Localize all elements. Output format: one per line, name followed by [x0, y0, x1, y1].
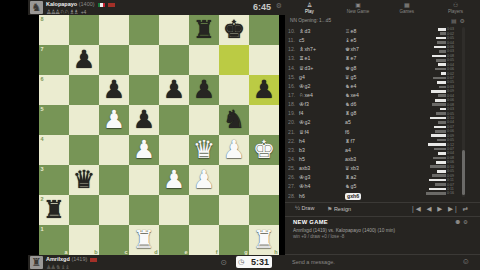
move-time-bar: [438, 121, 446, 124]
move-number: 24.: [288, 155, 299, 164]
square-c8[interactable]: [99, 15, 129, 45]
move-time-bar: [441, 72, 446, 75]
move-time-value: 0:06: [447, 160, 460, 164]
square-e6[interactable]: ♟: [159, 75, 189, 105]
move-number: 11.: [288, 36, 299, 45]
square-b8[interactable]: [69, 15, 99, 45]
move-time-bar: [432, 174, 446, 177]
piece-figurine-icon: ♞: [345, 183, 350, 189]
piece-figurine-icon: ♔: [299, 83, 304, 89]
black-pawn[interactable]: ♟: [249, 75, 279, 105]
move-time-bar: [430, 117, 446, 120]
square-e3[interactable]: ♟: [159, 165, 189, 195]
square-e4[interactable]: [159, 135, 189, 165]
file-label: g: [244, 249, 247, 255]
square-a5[interactable]: 5: [39, 105, 69, 135]
square-b3[interactable]: ♛: [69, 165, 99, 195]
clock-icon: ◷: [238, 256, 244, 268]
move-row: 26.♔g3♜a2: [288, 173, 398, 182]
square-f6[interactable]: ♟: [189, 75, 219, 105]
square-f1[interactable]: f: [189, 225, 219, 255]
piece-figurine-icon: ♜: [345, 110, 350, 116]
square-g8[interactable]: ♚: [219, 15, 249, 45]
square-f4[interactable]: ♛: [189, 135, 219, 165]
piece-figurine-icon: ♝: [345, 37, 350, 43]
move-row: 10.♗d3♖e8: [288, 27, 398, 36]
move-row: 21.♕f4f6: [288, 128, 398, 137]
move-row: 14.♕d3+♚g8: [288, 64, 398, 73]
piece-figurine-icon: ♜: [345, 138, 350, 144]
white-pawn[interactable]: ♟: [129, 135, 159, 165]
move-time-bar: [430, 165, 446, 168]
move-time-bar: [435, 130, 446, 133]
white-queen[interactable]: ♛: [189, 135, 219, 165]
move-time-value: 0:05: [447, 169, 460, 173]
black-rook[interactable]: ♜: [189, 15, 219, 45]
piece-figurine-icon: ♔: [299, 183, 304, 189]
draw-half-icon: ½: [295, 205, 300, 211]
tab-play[interactable]: ♙Play: [285, 0, 334, 16]
play-icon: ♙: [285, 1, 334, 9]
players-icon: ⚇: [431, 1, 480, 9]
move-time-value: 0:05: [447, 80, 460, 84]
move-row: 15.g4♛g5: [288, 73, 398, 82]
piece-figurine-icon: ♚: [345, 65, 350, 71]
white-move[interactable]: ♗d3: [299, 27, 345, 36]
move-time-bar: [437, 81, 446, 84]
square-f2[interactable]: [189, 195, 219, 225]
black-move[interactable]: a4: [345, 146, 391, 155]
new-game-title: NEW GAME: [293, 219, 473, 225]
move-time-bar: [434, 148, 446, 151]
square-d1[interactable]: d♜: [129, 225, 159, 255]
move-time-value: 0:10: [447, 116, 460, 120]
move-number: 18.: [288, 100, 299, 109]
white-move[interactable]: axb3: [299, 164, 345, 173]
square-d6[interactable]: [129, 75, 159, 105]
move-text: ♖e8: [345, 28, 356, 34]
black-move[interactable]: ♜e7: [345, 54, 391, 63]
panel-tabs: ♙Play▣New Game▦Games⚇Players: [285, 0, 480, 16]
move-time-value: 0:08: [447, 103, 460, 107]
material-advantage: +4: [81, 9, 87, 15]
white-pawn[interactable]: ♟: [159, 165, 189, 195]
move-time-bar: [428, 143, 446, 146]
piece-figurine-icon: ♜: [345, 174, 350, 180]
piece-figurine-icon: ♕: [299, 129, 304, 135]
black-move[interactable]: gxh6: [345, 192, 391, 201]
piece-figurine-icon: ♔: [299, 119, 304, 125]
black-move[interactable]: ♜f7: [345, 137, 391, 146]
move-text: ♛xb3: [345, 165, 359, 171]
top-player-name[interactable]: Kalopapayo (1400): [46, 1, 115, 7]
move-time-value: 0:06: [447, 129, 460, 133]
move-time-value: 0:06: [447, 45, 460, 49]
black-move[interactable]: a5: [345, 118, 391, 127]
square-c6[interactable]: ♟: [99, 75, 129, 105]
new-game-description: Amrilxgd (1419) vs. Kalopapayo (1400) (1…: [293, 228, 473, 233]
file-label: b: [94, 249, 97, 255]
move-time-value: 0:03: [447, 107, 460, 111]
white-move[interactable]: f4: [299, 109, 345, 118]
bottom-player-captured-pieces: ♟♟ ♞ ♝♝: [46, 263, 69, 270]
move-time-bar: [435, 99, 446, 102]
black-move[interactable]: ♝e5: [345, 36, 391, 45]
black-queen[interactable]: ♛: [69, 165, 99, 195]
challenge-and-gear-icons[interactable]: ⚉⚙: [455, 219, 471, 225]
black-move[interactable]: ♛xb3: [345, 164, 391, 173]
white-rook[interactable]: ♜: [249, 225, 279, 255]
square-a2[interactable]: 2♜: [39, 195, 69, 225]
bottom-player-rating: (1419): [71, 256, 87, 262]
square-a8[interactable]: 8: [39, 15, 69, 45]
move-text: ♞d6: [345, 101, 356, 107]
square-f3[interactable]: ♟: [189, 165, 219, 195]
square-f7[interactable]: [189, 45, 219, 75]
white-move[interactable]: c5: [299, 36, 345, 45]
square-a6[interactable]: 6: [39, 75, 69, 105]
black-move[interactable]: ♞d6: [345, 100, 391, 109]
black-pawn[interactable]: ♟: [69, 45, 99, 75]
move-number: 21.: [288, 128, 299, 137]
square-h3[interactable]: [249, 165, 279, 195]
square-a3[interactable]: 3: [39, 165, 69, 195]
move-text: axb3: [345, 156, 356, 162]
square-b1[interactable]: b: [69, 225, 99, 255]
move-time-bar: [440, 32, 446, 35]
chat-input[interactable]: Send a message.: [292, 259, 335, 265]
black-move[interactable]: ♜g8: [345, 109, 391, 118]
move-time-value: 0:07: [447, 76, 460, 80]
rank-label: 5: [41, 106, 44, 112]
move-number: 15.: [288, 73, 299, 82]
rating-change-line: win +9 / draw +0 / lose -8: [293, 234, 473, 239]
move-text: ♜f7: [345, 138, 355, 144]
bottom-player-avatar[interactable]: ♜: [30, 256, 43, 269]
square-e7[interactable]: [159, 45, 189, 75]
piece-figurine-icon: ♗: [299, 28, 304, 34]
resign-flag-icon: ⚑: [327, 206, 332, 212]
move-row: 23.b3a4: [288, 146, 398, 155]
move-list: 10.♗d3♖e811.c5♝e512.♗xh7+♚xh713.♖e1♜e714…: [288, 27, 398, 201]
move-list-scrollbar[interactable]: [462, 27, 465, 197]
move-text: ♚xh7: [345, 46, 359, 52]
move-time-bar: [426, 192, 446, 195]
rank-label: 4: [41, 136, 44, 142]
black-pawn[interactable]: ♟: [159, 75, 189, 105]
square-g7[interactable]: [219, 45, 249, 75]
move-time-value: 0:03: [447, 27, 460, 31]
square-g6[interactable]: [219, 75, 249, 105]
rank-label: 3: [41, 166, 44, 172]
top-player-badge-icon: [108, 3, 115, 7]
black-pawn[interactable]: ♟: [99, 75, 129, 105]
square-b4[interactable]: [69, 135, 99, 165]
square-a4[interactable]: 4: [39, 135, 69, 165]
black-move[interactable]: ♚g8: [345, 64, 391, 73]
move-number: 14.: [288, 64, 299, 73]
move-number: 20.: [288, 118, 299, 127]
piece-figurine-icon: ♖: [345, 28, 350, 34]
tab-new-game[interactable]: ▣New Game: [334, 0, 383, 16]
white-rook[interactable]: ♜: [129, 225, 159, 255]
move-row: 24.h5axb3: [288, 155, 398, 164]
move-time-bar: [438, 63, 446, 66]
move-number: 17.: [288, 91, 299, 100]
current-move-highlight[interactable]: gxh6: [345, 193, 361, 201]
opening-name: NN Opening: 1...d5: [290, 18, 331, 23]
move-number: 23.: [288, 146, 299, 155]
square-f8[interactable]: ♜: [189, 15, 219, 45]
move-text: ♛g5: [345, 74, 356, 80]
move-time-value: 0:03: [447, 85, 460, 89]
square-a7[interactable]: 7: [39, 45, 69, 75]
square-d4[interactable]: ♟: [129, 135, 159, 165]
piece-figurine-icon: ♛: [345, 74, 350, 80]
move-time-bar: [436, 112, 446, 115]
black-pawn[interactable]: ♟: [189, 75, 219, 105]
move-time-bar: [436, 59, 446, 62]
move-number: 25.: [288, 164, 299, 173]
move-text: ♜a2: [345, 174, 356, 180]
square-b2[interactable]: [69, 195, 99, 225]
square-h5[interactable]: [249, 105, 279, 135]
move-time-bar: [434, 126, 446, 129]
move-time-value: 0:03: [447, 49, 460, 53]
square-f5[interactable]: [189, 105, 219, 135]
move-time-bar: [429, 188, 446, 191]
white-move[interactable]: ♕f4: [299, 128, 345, 137]
move-row: 17.♘xe4♞xe4: [288, 91, 398, 100]
move-text: ♜g8: [345, 110, 356, 116]
white-move[interactable]: ♕d3+: [299, 64, 345, 73]
move-time-bar: [436, 37, 446, 40]
scrollbar-thumb[interactable]: [462, 150, 465, 195]
square-g3[interactable]: [219, 165, 249, 195]
square-h7[interactable]: [249, 45, 279, 75]
top-player-bar: ♞ Kalopapayo (1400) ♙♙♙ ♘♘ ♗♗ +4 6:45 ⚙: [28, 0, 285, 15]
move-row: 27.♔h4♞g5: [288, 182, 398, 191]
white-pawn[interactable]: ♟: [219, 135, 249, 165]
black-knight[interactable]: ♞: [219, 105, 249, 135]
move-text: f6: [345, 129, 349, 135]
white-move[interactable]: ♔g2: [299, 118, 345, 127]
top-player-flag-icon: [98, 3, 105, 7]
top-player-avatar[interactable]: ♞: [30, 1, 43, 14]
bottom-player-username: Amrilxgd: [46, 256, 70, 262]
square-c3[interactable]: [99, 165, 129, 195]
game-controls: ½Draw ⚑Resign |◀ ◀ ▶ ▶| ⇄: [285, 203, 480, 217]
black-move[interactable]: ♜a2: [345, 173, 391, 182]
square-h4[interactable]: ♚: [249, 135, 279, 165]
focus-eye-icon[interactable]: ⊙: [220, 258, 227, 267]
rank-label: 7: [41, 46, 44, 52]
white-move[interactable]: ♔h4: [299, 182, 345, 191]
black-move[interactable]: f6: [345, 128, 391, 137]
square-e8[interactable]: [159, 15, 189, 45]
emoji-smiley-icon[interactable]: ☺: [462, 257, 470, 266]
new-game-section: NEW GAME ⚉⚙ Amrilxgd (1419) vs. Kalopapa…: [293, 219, 473, 239]
move-row: 19.f4♜g8: [288, 109, 398, 118]
white-move[interactable]: ♔g3: [299, 173, 345, 182]
top-player-captured-pieces: ♙♙♙ ♘♘ ♗♗ +4: [46, 8, 86, 15]
move-time-bar: [437, 170, 446, 173]
move-number: 27.: [288, 182, 299, 191]
square-g2[interactable]: [219, 195, 249, 225]
piece-figurine-icon: ♕: [299, 65, 304, 71]
white-move[interactable]: ♘xe4: [299, 91, 345, 100]
move-number: 28.: [288, 192, 299, 201]
square-e2[interactable]: [159, 195, 189, 225]
top-player-rating: (1400): [79, 1, 95, 7]
top-player-clock: 6:45: [253, 2, 271, 12]
file-label: c: [124, 249, 127, 255]
square-h1[interactable]: h♜: [249, 225, 279, 255]
white-pawn[interactable]: ♟: [99, 105, 129, 135]
move-time-value: 0:09: [447, 134, 460, 138]
black-rook[interactable]: ♜: [39, 195, 69, 225]
square-a1[interactable]: 1a: [39, 225, 69, 255]
move-time-value: 0:02: [447, 32, 460, 36]
white-move[interactable]: ♖e1: [299, 54, 345, 63]
move-time-value: 0:09: [447, 89, 460, 93]
square-b7[interactable]: ♟: [69, 45, 99, 75]
bottom-player-name[interactable]: Amrilxgd (1419): [46, 256, 97, 262]
move-text: ♜e7: [345, 55, 356, 61]
move-row: 25.axb3♛xb3: [288, 164, 398, 173]
move-time-value: 0:04: [447, 120, 460, 124]
move-number: 12.: [288, 45, 299, 54]
black-move[interactable]: ♞g5: [345, 182, 391, 191]
move-number: 10.: [288, 27, 299, 36]
square-g1[interactable]: g: [219, 225, 249, 255]
square-g4[interactable]: ♟: [219, 135, 249, 165]
white-move[interactable]: b3: [299, 146, 345, 155]
move-time-bar: [437, 41, 446, 44]
white-move[interactable]: h5: [299, 155, 345, 164]
settings-gear-icon[interactable]: ⚙: [276, 2, 282, 10]
tab-games[interactable]: ▦Games: [383, 0, 432, 16]
board-and-gear-icons[interactable]: ▤⚙: [451, 17, 468, 24]
board-column: ♞ Kalopapayo (1400) ♙♙♙ ♘♘ ♗♗ +4 6:45 ⚙ …: [0, 0, 285, 270]
move-time-value: 0:05: [447, 138, 460, 142]
white-king[interactable]: ♚: [249, 135, 279, 165]
tab-label: Players: [431, 9, 480, 14]
piece-figurine-icon: ♛: [345, 165, 350, 171]
move-text: ♞xe4: [345, 92, 359, 98]
piece-figurine-icon: ♜: [345, 55, 350, 61]
square-c2[interactable]: [99, 195, 129, 225]
square-d2[interactable]: [129, 195, 159, 225]
black-move[interactable]: ♚xh7: [345, 45, 391, 54]
move-time-value: 0:09: [447, 174, 460, 178]
move-time-value: 0:08: [447, 54, 460, 58]
black-move[interactable]: ♞e4: [345, 82, 391, 91]
move-time-bar: [438, 28, 446, 31]
games-icon: ▦: [383, 1, 432, 9]
square-c7[interactable]: [99, 45, 129, 75]
square-b5[interactable]: [69, 105, 99, 135]
white-move[interactable]: ♔g2: [299, 82, 345, 91]
piece-figurine-icon: ♔: [299, 174, 304, 180]
move-number: 16.: [288, 82, 299, 91]
black-move[interactable]: axb3: [345, 155, 391, 164]
square-c1[interactable]: c: [99, 225, 129, 255]
black-move[interactable]: ♖e8: [345, 27, 391, 36]
tab-label: Play: [285, 9, 334, 14]
white-move[interactable]: h6: [299, 192, 345, 201]
white-pawn[interactable]: ♟: [189, 165, 219, 195]
rank-label: 8: [41, 16, 44, 22]
piece-figurine-icon: ♚: [345, 46, 350, 52]
white-move[interactable]: ♗xh7+: [299, 45, 345, 54]
move-row: 12.♗xh7+♚xh7: [288, 45, 398, 54]
square-d3[interactable]: [129, 165, 159, 195]
square-d5[interactable]: ♟: [129, 105, 159, 135]
bottom-player-bar: ♜ Amrilxgd (1419) ♟♟ ♞ ♝♝ ⊙ ◷5:31: [28, 255, 285, 270]
tab-players[interactable]: ⚇Players: [431, 0, 480, 16]
move-text: a5: [345, 119, 351, 125]
square-c5[interactable]: ♟: [99, 105, 129, 135]
side-panel: ♙Play▣New Game▦Games⚇Players NN Opening:…: [285, 0, 480, 270]
move-text: ♞g5: [345, 183, 356, 189]
bottom-player-flag-icon: [90, 258, 97, 262]
black-move[interactable]: ♞xe4: [345, 91, 391, 100]
move-time-value: 0:02: [447, 72, 460, 76]
file-label: a: [64, 249, 67, 255]
white-move[interactable]: ♔f3: [299, 100, 345, 109]
square-b6[interactable]: [69, 75, 99, 105]
resign-button[interactable]: ⚑Resign: [327, 205, 351, 212]
square-c4[interactable]: [99, 135, 129, 165]
move-navigation-buttons[interactable]: |◀ ◀ ▶ ▶| ⇄: [412, 205, 470, 213]
move-time-bar: [434, 46, 446, 49]
move-row: 16.♔g2♞e4: [288, 82, 398, 91]
move-row: 22.h4♜f7: [288, 137, 398, 146]
move-time-value: 0:12: [447, 143, 460, 147]
black-move[interactable]: ♛g5: [345, 73, 391, 82]
move-time-value: 0:04: [447, 41, 460, 45]
white-move[interactable]: g4: [299, 73, 345, 82]
square-h2[interactable]: [249, 195, 279, 225]
move-time-value: 0:11: [447, 187, 460, 191]
square-h8[interactable]: [249, 15, 279, 45]
move-row: 18.♔f3♞d6: [288, 100, 398, 109]
move-time-value: 0:16: [447, 191, 460, 195]
move-time-value: 0:06: [447, 67, 460, 71]
move-time-bar: [438, 152, 446, 155]
move-time-value: 0:05: [447, 112, 460, 116]
move-time-value: 0:06: [447, 98, 460, 102]
draw-button[interactable]: ½Draw: [295, 205, 314, 211]
black-pawn[interactable]: ♟: [129, 105, 159, 135]
square-e5[interactable]: [159, 105, 189, 135]
square-d8[interactable]: [129, 15, 159, 45]
move-time-value: 0:11: [447, 178, 460, 182]
square-h6[interactable]: ♟: [249, 75, 279, 105]
square-g5[interactable]: ♞: [219, 105, 249, 135]
square-e1[interactable]: e: [159, 225, 189, 255]
file-label: f: [216, 249, 218, 255]
move-time-bar: [431, 90, 446, 93]
rank-label: 6: [41, 76, 44, 82]
move-time-row: 0:16: [400, 191, 460, 195]
white-move[interactable]: h4: [299, 137, 345, 146]
black-king[interactable]: ♚: [219, 15, 249, 45]
move-row: 11.c5♝e5: [288, 36, 398, 45]
square-d7[interactable]: [129, 45, 159, 75]
piece-figurine-icon: ♔: [299, 101, 304, 107]
